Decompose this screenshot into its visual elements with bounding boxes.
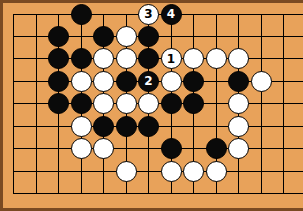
white-stone xyxy=(71,138,92,159)
white-stone xyxy=(71,116,92,137)
black-stone xyxy=(161,138,182,159)
black-stone xyxy=(48,93,69,114)
white-stone xyxy=(93,138,114,159)
black-stone xyxy=(228,71,249,92)
go-board: 3412 xyxy=(0,0,303,211)
grid-line-vertical xyxy=(261,14,262,194)
black-stone xyxy=(183,71,204,92)
white-stone xyxy=(116,26,137,47)
white-stone xyxy=(116,48,137,69)
white-stone xyxy=(71,71,92,92)
grid-line-vertical xyxy=(283,14,284,194)
black-stone xyxy=(138,116,159,137)
board-frame-left xyxy=(0,0,3,211)
black-stone xyxy=(93,116,114,137)
black-stone xyxy=(116,71,137,92)
black-stone xyxy=(93,26,114,47)
black-stone xyxy=(206,138,227,159)
black-stone xyxy=(183,93,204,114)
white-stone-move-3: 3 xyxy=(138,4,159,25)
white-stone xyxy=(116,93,137,114)
black-stone xyxy=(161,93,182,114)
white-stone xyxy=(206,48,227,69)
white-stone xyxy=(228,93,249,114)
white-stone xyxy=(228,116,249,137)
board-frame-top xyxy=(0,0,303,3)
white-stone xyxy=(228,138,249,159)
grid-line-vertical xyxy=(13,14,14,194)
black-stone-move-2: 2 xyxy=(138,71,159,92)
black-stone xyxy=(48,48,69,69)
white-stone xyxy=(206,161,227,182)
white-stone xyxy=(93,71,114,92)
white-stone xyxy=(161,71,182,92)
black-stone xyxy=(116,116,137,137)
black-stone xyxy=(71,48,92,69)
go-diagram: 3412 xyxy=(0,0,303,211)
black-stone xyxy=(48,71,69,92)
white-stone xyxy=(93,48,114,69)
white-stone xyxy=(116,161,137,182)
black-stone xyxy=(138,48,159,69)
white-stone xyxy=(138,93,159,114)
white-stone xyxy=(161,161,182,182)
white-stone xyxy=(93,93,114,114)
white-stone xyxy=(183,161,204,182)
white-stone xyxy=(183,48,204,69)
black-stone-move-4: 4 xyxy=(161,4,182,25)
white-stone xyxy=(228,48,249,69)
black-stone xyxy=(138,26,159,47)
white-stone-move-1: 1 xyxy=(161,48,182,69)
black-stone xyxy=(71,4,92,25)
black-stone xyxy=(71,93,92,114)
white-stone xyxy=(251,71,272,92)
black-stone xyxy=(48,26,69,47)
board-frame-bottom xyxy=(0,208,303,211)
grid-line-vertical xyxy=(36,14,37,194)
